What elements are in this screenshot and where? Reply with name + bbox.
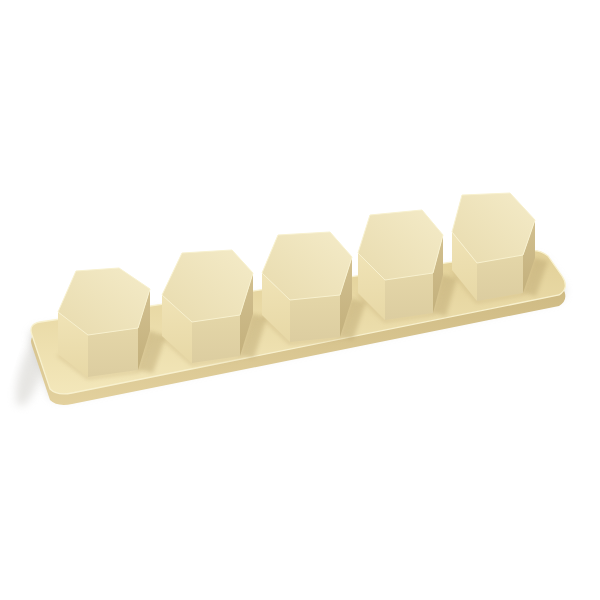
scene-canvas — [0, 0, 600, 600]
block-3-front-face — [290, 295, 340, 342]
block-1-front-face — [88, 328, 138, 377]
product-photo — [0, 0, 600, 600]
block-4-front-face — [385, 273, 433, 320]
block-2-front-face — [192, 315, 240, 363]
